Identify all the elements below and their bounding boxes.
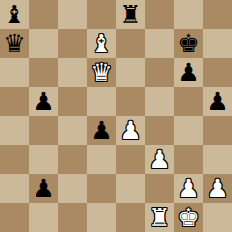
piece-white-bishop[interactable]: ♝	[90, 29, 112, 58]
square-b2[interactable]: ♟	[29, 174, 58, 203]
square-b5[interactable]: ♟	[29, 87, 58, 116]
square-a2[interactable]	[0, 174, 29, 203]
piece-black-pawn[interactable]: ♟	[206, 87, 228, 116]
square-c7[interactable]	[58, 29, 87, 58]
piece-black-bishop[interactable]: ♝	[3, 0, 25, 29]
square-a5[interactable]	[0, 87, 29, 116]
square-e5[interactable]	[116, 87, 145, 116]
square-f8[interactable]	[145, 0, 174, 29]
square-c1[interactable]	[58, 203, 87, 232]
square-g4[interactable]	[174, 116, 203, 145]
square-e4[interactable]: ♟	[116, 116, 145, 145]
square-h4[interactable]	[203, 116, 232, 145]
piece-white-pawn[interactable]: ♟	[119, 116, 141, 145]
square-f1[interactable]: ♜	[145, 203, 174, 232]
square-e6[interactable]	[116, 58, 145, 87]
piece-white-rook[interactable]: ♜	[148, 203, 170, 232]
square-g6[interactable]: ♟	[174, 58, 203, 87]
piece-white-queen[interactable]: ♛	[90, 58, 112, 87]
square-c4[interactable]	[58, 116, 87, 145]
square-g3[interactable]	[174, 145, 203, 174]
piece-black-pawn[interactable]: ♟	[32, 174, 54, 203]
piece-black-king[interactable]: ♚	[177, 29, 199, 58]
square-a6[interactable]	[0, 58, 29, 87]
square-b1[interactable]	[29, 203, 58, 232]
square-e1[interactable]	[116, 203, 145, 232]
square-d5[interactable]	[87, 87, 116, 116]
piece-white-king[interactable]: ♚	[177, 203, 199, 232]
square-c3[interactable]	[58, 145, 87, 174]
square-b4[interactable]	[29, 116, 58, 145]
square-b6[interactable]	[29, 58, 58, 87]
square-d7[interactable]: ♝	[87, 29, 116, 58]
square-h5[interactable]: ♟	[203, 87, 232, 116]
square-h2[interactable]: ♟	[203, 174, 232, 203]
square-g1[interactable]: ♚	[174, 203, 203, 232]
square-f4[interactable]	[145, 116, 174, 145]
square-a7[interactable]: ♛	[0, 29, 29, 58]
square-b3[interactable]	[29, 145, 58, 174]
square-a8[interactable]: ♝	[0, 0, 29, 29]
square-h1[interactable]	[203, 203, 232, 232]
piece-black-pawn[interactable]: ♟	[90, 116, 112, 145]
square-d1[interactable]	[87, 203, 116, 232]
square-d4[interactable]: ♟	[87, 116, 116, 145]
piece-white-pawn[interactable]: ♟	[206, 174, 228, 203]
square-c6[interactable]	[58, 58, 87, 87]
square-g2[interactable]: ♟	[174, 174, 203, 203]
square-d8[interactable]	[87, 0, 116, 29]
piece-black-rook[interactable]: ♜	[119, 0, 141, 29]
square-g5[interactable]	[174, 87, 203, 116]
square-a1[interactable]	[0, 203, 29, 232]
square-g8[interactable]	[174, 0, 203, 29]
square-c8[interactable]	[58, 0, 87, 29]
square-e3[interactable]	[116, 145, 145, 174]
square-d3[interactable]	[87, 145, 116, 174]
chess-board: ♝♜♛♝♚♛♟♟♟♟♟♟♟♟♟♜♚	[0, 0, 232, 232]
square-a4[interactable]	[0, 116, 29, 145]
square-d6[interactable]: ♛	[87, 58, 116, 87]
square-h8[interactable]	[203, 0, 232, 29]
square-f6[interactable]	[145, 58, 174, 87]
square-c2[interactable]	[58, 174, 87, 203]
square-h6[interactable]	[203, 58, 232, 87]
square-e7[interactable]	[116, 29, 145, 58]
square-f7[interactable]	[145, 29, 174, 58]
square-e8[interactable]: ♜	[116, 0, 145, 29]
piece-black-pawn[interactable]: ♟	[177, 58, 199, 87]
square-b7[interactable]	[29, 29, 58, 58]
square-h7[interactable]	[203, 29, 232, 58]
square-f3[interactable]: ♟	[145, 145, 174, 174]
square-e2[interactable]	[116, 174, 145, 203]
square-b8[interactable]	[29, 0, 58, 29]
piece-black-pawn[interactable]: ♟	[32, 87, 54, 116]
square-a3[interactable]	[0, 145, 29, 174]
square-d2[interactable]	[87, 174, 116, 203]
square-h3[interactable]	[203, 145, 232, 174]
square-f2[interactable]	[145, 174, 174, 203]
piece-black-queen[interactable]: ♛	[3, 29, 25, 58]
square-g7[interactable]: ♚	[174, 29, 203, 58]
square-c5[interactable]	[58, 87, 87, 116]
piece-white-pawn[interactable]: ♟	[177, 174, 199, 203]
square-f5[interactable]	[145, 87, 174, 116]
piece-white-pawn[interactable]: ♟	[148, 145, 170, 174]
